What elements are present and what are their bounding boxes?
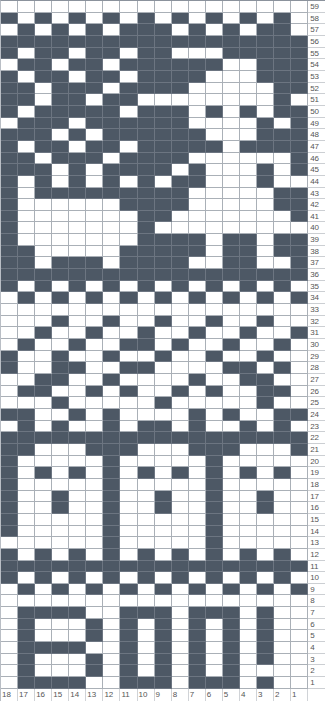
grid-cell[interactable] (274, 281, 291, 293)
grid-cell[interactable] (155, 59, 172, 71)
grid-cell[interactable] (69, 281, 86, 293)
grid-cell[interactable] (240, 269, 257, 281)
grid-cell[interactable] (120, 48, 137, 60)
grid-cell[interactable] (257, 141, 274, 153)
grid-cell[interactable] (138, 561, 155, 573)
grid-cell[interactable] (138, 595, 155, 607)
grid-cell[interactable] (155, 36, 172, 48)
grid-cell[interactable] (172, 13, 189, 25)
grid-cell[interactable] (35, 164, 52, 176)
grid-cell[interactable] (240, 607, 257, 619)
grid-cell[interactable] (155, 409, 172, 421)
grid-cell[interactable] (172, 642, 189, 654)
grid-cell[interactable] (172, 549, 189, 561)
grid-cell[interactable] (103, 48, 120, 60)
grid-cell[interactable] (120, 607, 137, 619)
grid-cell[interactable] (274, 24, 291, 36)
grid-cell[interactable] (291, 246, 308, 258)
grid-cell[interactable] (291, 514, 308, 526)
grid-cell[interactable] (240, 549, 257, 561)
grid-cell[interactable] (1, 129, 18, 141)
grid-cell[interactable] (138, 199, 155, 211)
grid-cell[interactable] (18, 502, 35, 514)
grid-cell[interactable] (18, 595, 35, 607)
grid-cell[interactable] (223, 374, 240, 386)
grid-cell[interactable] (86, 13, 103, 25)
grid-cell[interactable] (274, 211, 291, 223)
grid-cell[interactable] (291, 257, 308, 269)
grid-cell[interactable] (257, 94, 274, 106)
grid-cell[interactable] (172, 1, 189, 13)
grid-cell[interactable] (240, 316, 257, 328)
grid-cell[interactable] (189, 106, 206, 118)
grid-cell[interactable] (189, 304, 206, 316)
grid-cell[interactable] (257, 327, 274, 339)
grid-cell[interactable] (172, 561, 189, 573)
grid-cell[interactable] (52, 386, 69, 398)
grid-cell[interactable] (223, 561, 240, 573)
grid-cell[interactable] (18, 83, 35, 95)
grid-cell[interactable] (189, 141, 206, 153)
grid-cell[interactable] (35, 316, 52, 328)
grid-cell[interactable] (291, 339, 308, 351)
grid-cell[interactable] (52, 164, 69, 176)
grid-cell[interactable] (138, 316, 155, 328)
grid-cell[interactable] (18, 572, 35, 584)
grid-cell[interactable] (206, 176, 223, 188)
grid-cell[interactable] (223, 13, 240, 25)
grid-cell[interactable] (240, 176, 257, 188)
grid-cell[interactable] (1, 665, 18, 677)
grid-cell[interactable] (155, 141, 172, 153)
grid-cell[interactable] (18, 374, 35, 386)
grid-cell[interactable] (172, 36, 189, 48)
grid-cell[interactable] (240, 432, 257, 444)
grid-cell[interactable] (172, 537, 189, 549)
grid-cell[interactable] (69, 327, 86, 339)
grid-cell[interactable] (52, 339, 69, 351)
grid-cell[interactable] (189, 595, 206, 607)
grid-cell[interactable] (86, 269, 103, 281)
grid-cell[interactable] (1, 386, 18, 398)
grid-cell[interactable] (240, 397, 257, 409)
grid-cell[interactable] (206, 304, 223, 316)
grid-cell[interactable] (172, 281, 189, 293)
grid-cell[interactable] (274, 292, 291, 304)
grid-cell[interactable] (223, 327, 240, 339)
grid-cell[interactable] (274, 432, 291, 444)
grid-cell[interactable] (291, 677, 308, 689)
grid-cell[interactable] (18, 339, 35, 351)
grid-cell[interactable] (155, 94, 172, 106)
grid-cell[interactable] (103, 281, 120, 293)
grid-cell[interactable] (103, 59, 120, 71)
grid-cell[interactable] (189, 13, 206, 25)
grid-cell[interactable] (120, 549, 137, 561)
grid-cell[interactable] (18, 36, 35, 48)
grid-cell[interactable] (274, 199, 291, 211)
grid-cell[interactable] (155, 397, 172, 409)
grid-cell[interactable] (223, 584, 240, 596)
grid-cell[interactable] (120, 514, 137, 526)
grid-cell[interactable] (69, 269, 86, 281)
grid-cell[interactable] (206, 351, 223, 363)
grid-cell[interactable] (155, 514, 172, 526)
grid-cell[interactable] (138, 176, 155, 188)
grid-cell[interactable] (257, 514, 274, 526)
grid-cell[interactable] (257, 281, 274, 293)
grid-cell[interactable] (103, 118, 120, 130)
grid-cell[interactable] (86, 188, 103, 200)
grid-cell[interactable] (120, 444, 137, 456)
grid-cell[interactable] (103, 211, 120, 223)
grid-cell[interactable] (138, 48, 155, 60)
grid-cell[interactable] (291, 467, 308, 479)
grid-cell[interactable] (240, 36, 257, 48)
grid-cell[interactable] (103, 106, 120, 118)
grid-cell[interactable] (120, 561, 137, 573)
grid-cell[interactable] (206, 36, 223, 48)
grid-cell[interactable] (1, 397, 18, 409)
grid-cell[interactable] (172, 619, 189, 631)
grid-cell[interactable] (86, 36, 103, 48)
grid-cell[interactable] (69, 24, 86, 36)
grid-cell[interactable] (18, 456, 35, 468)
grid-cell[interactable] (138, 269, 155, 281)
grid-cell[interactable] (1, 351, 18, 363)
grid-cell[interactable] (69, 456, 86, 468)
grid-cell[interactable] (274, 304, 291, 316)
grid-cell[interactable] (291, 129, 308, 141)
grid-cell[interactable] (18, 269, 35, 281)
grid-cell[interactable] (52, 409, 69, 421)
grid-cell[interactable] (86, 362, 103, 374)
grid-cell[interactable] (257, 607, 274, 619)
grid-cell[interactable] (172, 211, 189, 223)
grid-cell[interactable] (155, 292, 172, 304)
grid-cell[interactable] (155, 246, 172, 258)
grid-cell[interactable] (189, 479, 206, 491)
grid-cell[interactable] (103, 222, 120, 234)
grid-cell[interactable] (257, 502, 274, 514)
grid-cell[interactable] (103, 1, 120, 13)
grid-cell[interactable] (35, 269, 52, 281)
grid-cell[interactable] (155, 257, 172, 269)
grid-cell[interactable] (189, 176, 206, 188)
grid-cell[interactable] (1, 479, 18, 491)
grid-cell[interactable] (120, 257, 137, 269)
grid-cell[interactable] (52, 491, 69, 503)
grid-cell[interactable] (35, 479, 52, 491)
grid-cell[interactable] (223, 141, 240, 153)
grid-cell[interactable] (155, 421, 172, 433)
grid-cell[interactable] (35, 374, 52, 386)
grid-cell[interactable] (138, 374, 155, 386)
grid-cell[interactable] (120, 129, 137, 141)
grid-cell[interactable] (35, 83, 52, 95)
grid-cell[interactable] (257, 456, 274, 468)
grid-cell[interactable] (52, 13, 69, 25)
grid-cell[interactable] (257, 316, 274, 328)
grid-cell[interactable] (172, 479, 189, 491)
grid-cell[interactable] (172, 456, 189, 468)
grid-cell[interactable] (291, 584, 308, 596)
grid-cell[interactable] (1, 677, 18, 689)
grid-cell[interactable] (18, 141, 35, 153)
grid-cell[interactable] (52, 153, 69, 165)
grid-cell[interactable] (240, 619, 257, 631)
grid-cell[interactable] (52, 246, 69, 258)
grid-cell[interactable] (1, 59, 18, 71)
grid-cell[interactable] (172, 654, 189, 666)
grid-cell[interactable] (120, 537, 137, 549)
grid-cell[interactable] (35, 94, 52, 106)
grid-cell[interactable] (138, 397, 155, 409)
grid-cell[interactable] (1, 607, 18, 619)
grid-cell[interactable] (86, 561, 103, 573)
grid-cell[interactable] (206, 234, 223, 246)
grid-cell[interactable] (86, 246, 103, 258)
grid-cell[interactable] (103, 665, 120, 677)
grid-cell[interactable] (257, 246, 274, 258)
grid-cell[interactable] (69, 351, 86, 363)
grid-cell[interactable] (240, 444, 257, 456)
grid-cell[interactable] (206, 642, 223, 654)
grid-cell[interactable] (86, 129, 103, 141)
grid-cell[interactable] (189, 514, 206, 526)
grid-cell[interactable] (86, 491, 103, 503)
grid-cell[interactable] (206, 1, 223, 13)
grid-cell[interactable] (155, 164, 172, 176)
grid-cell[interactable] (206, 526, 223, 538)
grid-cell[interactable] (172, 199, 189, 211)
grid-cell[interactable] (120, 118, 137, 130)
grid-cell[interactable] (206, 456, 223, 468)
grid-cell[interactable] (18, 281, 35, 293)
grid-cell[interactable] (206, 316, 223, 328)
grid-cell[interactable] (223, 607, 240, 619)
grid-cell[interactable] (86, 677, 103, 689)
grid-cell[interactable] (291, 176, 308, 188)
grid-cell[interactable] (189, 654, 206, 666)
grid-cell[interactable] (52, 316, 69, 328)
grid-cell[interactable] (69, 386, 86, 398)
grid-cell[interactable] (257, 421, 274, 433)
grid-cell[interactable] (1, 619, 18, 631)
grid-cell[interactable] (35, 619, 52, 631)
grid-cell[interactable] (35, 397, 52, 409)
grid-cell[interactable] (240, 94, 257, 106)
grid-cell[interactable] (138, 94, 155, 106)
grid-cell[interactable] (69, 572, 86, 584)
grid-cell[interactable] (172, 153, 189, 165)
grid-cell[interactable] (103, 141, 120, 153)
grid-cell[interactable] (52, 397, 69, 409)
grid-cell[interactable] (86, 118, 103, 130)
grid-cell[interactable] (274, 246, 291, 258)
grid-cell[interactable] (240, 386, 257, 398)
grid-cell[interactable] (274, 83, 291, 95)
grid-cell[interactable] (155, 595, 172, 607)
grid-cell[interactable] (291, 281, 308, 293)
grid-cell[interactable] (291, 269, 308, 281)
grid-cell[interactable] (223, 595, 240, 607)
grid-cell[interactable] (240, 642, 257, 654)
grid-cell[interactable] (257, 24, 274, 36)
grid-cell[interactable] (35, 444, 52, 456)
grid-cell[interactable] (120, 584, 137, 596)
grid-cell[interactable] (69, 316, 86, 328)
grid-cell[interactable] (103, 316, 120, 328)
grid-cell[interactable] (35, 467, 52, 479)
grid-cell[interactable] (86, 514, 103, 526)
grid-cell[interactable] (1, 1, 18, 13)
grid-cell[interactable] (172, 59, 189, 71)
grid-cell[interactable] (86, 572, 103, 584)
grid-cell[interactable] (1, 362, 18, 374)
grid-cell[interactable] (240, 654, 257, 666)
grid-cell[interactable] (274, 502, 291, 514)
grid-cell[interactable] (172, 467, 189, 479)
grid-cell[interactable] (86, 432, 103, 444)
grid-cell[interactable] (18, 654, 35, 666)
grid-cell[interactable] (35, 71, 52, 83)
grid-cell[interactable] (138, 304, 155, 316)
grid-cell[interactable] (35, 129, 52, 141)
grid-cell[interactable] (35, 526, 52, 538)
grid-cell[interactable] (155, 339, 172, 351)
grid-cell[interactable] (189, 630, 206, 642)
grid-cell[interactable] (52, 106, 69, 118)
grid-cell[interactable] (52, 141, 69, 153)
grid-cell[interactable] (155, 456, 172, 468)
grid-cell[interactable] (120, 456, 137, 468)
grid-cell[interactable] (155, 222, 172, 234)
grid-cell[interactable] (35, 234, 52, 246)
grid-cell[interactable] (274, 59, 291, 71)
grid-cell[interactable] (291, 595, 308, 607)
grid-cell[interactable] (206, 71, 223, 83)
grid-cell[interactable] (18, 397, 35, 409)
grid-cell[interactable] (138, 164, 155, 176)
grid-cell[interactable] (274, 188, 291, 200)
grid-cell[interactable] (1, 188, 18, 200)
grid-cell[interactable] (69, 595, 86, 607)
grid-cell[interactable] (274, 48, 291, 60)
grid-cell[interactable] (240, 106, 257, 118)
grid-cell[interactable] (138, 106, 155, 118)
grid-cell[interactable] (155, 479, 172, 491)
grid-cell[interactable] (69, 607, 86, 619)
grid-cell[interactable] (1, 374, 18, 386)
grid-cell[interactable] (35, 386, 52, 398)
grid-cell[interactable] (138, 677, 155, 689)
grid-cell[interactable] (69, 619, 86, 631)
grid-cell[interactable] (69, 630, 86, 642)
grid-cell[interactable] (138, 153, 155, 165)
grid-cell[interactable] (1, 304, 18, 316)
grid-cell[interactable] (52, 71, 69, 83)
grid-cell[interactable] (274, 222, 291, 234)
grid-cell[interactable] (206, 153, 223, 165)
grid-cell[interactable] (172, 269, 189, 281)
grid-cell[interactable] (120, 467, 137, 479)
grid-cell[interactable] (223, 572, 240, 584)
grid-cell[interactable] (155, 677, 172, 689)
grid-cell[interactable] (189, 572, 206, 584)
grid-cell[interactable] (52, 48, 69, 60)
grid-cell[interactable] (120, 106, 137, 118)
grid-cell[interactable] (18, 94, 35, 106)
grid-cell[interactable] (223, 549, 240, 561)
grid-cell[interactable] (240, 211, 257, 223)
grid-cell[interactable] (240, 409, 257, 421)
grid-cell[interactable] (274, 257, 291, 269)
grid-cell[interactable] (18, 607, 35, 619)
grid-cell[interactable] (189, 467, 206, 479)
grid-cell[interactable] (35, 281, 52, 293)
grid-cell[interactable] (103, 234, 120, 246)
grid-cell[interactable] (240, 514, 257, 526)
grid-cell[interactable] (172, 327, 189, 339)
grid-cell[interactable] (206, 432, 223, 444)
grid-cell[interactable] (18, 479, 35, 491)
grid-cell[interactable] (223, 71, 240, 83)
grid-cell[interactable] (35, 48, 52, 60)
grid-cell[interactable] (52, 222, 69, 234)
grid-cell[interactable] (35, 188, 52, 200)
grid-cell[interactable] (69, 444, 86, 456)
grid-cell[interactable] (138, 642, 155, 654)
grid-cell[interactable] (103, 129, 120, 141)
grid-cell[interactable] (120, 362, 137, 374)
grid-cell[interactable] (172, 514, 189, 526)
grid-cell[interactable] (155, 234, 172, 246)
grid-cell[interactable] (223, 444, 240, 456)
grid-cell[interactable] (257, 257, 274, 269)
grid-cell[interactable] (172, 94, 189, 106)
grid-cell[interactable] (138, 83, 155, 95)
grid-cell[interactable] (189, 386, 206, 398)
grid-cell[interactable] (291, 141, 308, 153)
grid-cell[interactable] (120, 327, 137, 339)
grid-cell[interactable] (52, 572, 69, 584)
grid-cell[interactable] (69, 246, 86, 258)
grid-cell[interactable] (18, 199, 35, 211)
grid-cell[interactable] (120, 83, 137, 95)
grid-cell[interactable] (223, 164, 240, 176)
grid-cell[interactable] (86, 665, 103, 677)
grid-cell[interactable] (52, 374, 69, 386)
grid-cell[interactable] (69, 71, 86, 83)
grid-cell[interactable] (257, 176, 274, 188)
grid-cell[interactable] (52, 677, 69, 689)
grid-cell[interactable] (172, 421, 189, 433)
grid-cell[interactable] (69, 409, 86, 421)
grid-cell[interactable] (274, 619, 291, 631)
grid-cell[interactable] (52, 654, 69, 666)
grid-cell[interactable] (155, 106, 172, 118)
grid-cell[interactable] (189, 665, 206, 677)
grid-cell[interactable] (1, 164, 18, 176)
grid-cell[interactable] (223, 491, 240, 503)
grid-cell[interactable] (206, 269, 223, 281)
grid-cell[interactable] (35, 36, 52, 48)
grid-cell[interactable] (189, 537, 206, 549)
grid-cell[interactable] (189, 24, 206, 36)
grid-cell[interactable] (189, 409, 206, 421)
grid-cell[interactable] (155, 572, 172, 584)
